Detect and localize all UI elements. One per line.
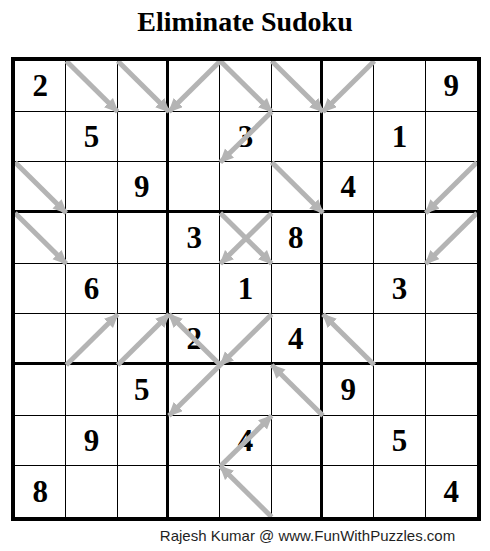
cell-r9c4[interactable] — [169, 466, 220, 517]
cell-r4c9[interactable] — [426, 213, 477, 264]
cell-r1c5[interactable] — [220, 61, 271, 112]
cell-r3c7[interactable]: 4 — [323, 162, 374, 213]
cell-r9c3[interactable] — [118, 466, 169, 517]
cell-r8c8[interactable]: 5 — [374, 416, 425, 467]
cell-r7c7[interactable]: 9 — [323, 365, 374, 416]
cell-r9c5[interactable] — [220, 466, 271, 517]
cell-r4c7[interactable] — [323, 213, 374, 264]
cell-r9c1[interactable]: 8 — [15, 466, 66, 517]
given-digit: 3 — [238, 121, 254, 152]
given-digit: 4 — [288, 323, 304, 354]
cell-r3c8[interactable] — [374, 162, 425, 213]
given-digit: 9 — [340, 374, 356, 405]
cell-r7c1[interactable] — [15, 365, 66, 416]
cell-r3c5[interactable] — [220, 162, 271, 213]
given-digit: 4 — [340, 171, 356, 202]
cell-r3c3[interactable]: 9 — [118, 162, 169, 213]
cell-r1c9[interactable]: 9 — [426, 61, 477, 112]
cell-r3c6[interactable] — [272, 162, 323, 213]
cell-r1c2[interactable] — [66, 61, 117, 112]
puzzle-title: Eliminate Sudoku — [0, 6, 490, 38]
cell-r9c7[interactable] — [323, 466, 374, 517]
given-digit: 9 — [84, 425, 100, 456]
cell-r5c8[interactable]: 3 — [374, 264, 425, 315]
cell-r8c3[interactable] — [118, 416, 169, 467]
cell-r6c3[interactable] — [118, 314, 169, 365]
cell-r2c6[interactable] — [272, 112, 323, 163]
cell-r8c1[interactable] — [15, 416, 66, 467]
cell-r8c9[interactable] — [426, 416, 477, 467]
given-digit: 8 — [288, 222, 304, 253]
cell-r6c9[interactable] — [426, 314, 477, 365]
cell-r8c7[interactable] — [323, 416, 374, 467]
cell-r5c5[interactable]: 1 — [220, 264, 271, 315]
cell-r9c6[interactable] — [272, 466, 323, 517]
cell-r8c6[interactable] — [272, 416, 323, 467]
cell-r1c7[interactable] — [323, 61, 374, 112]
given-digit: 2 — [32, 70, 48, 101]
given-digit: 4 — [444, 476, 460, 507]
cell-r4c6[interactable]: 8 — [272, 213, 323, 264]
cell-r6c7[interactable] — [323, 314, 374, 365]
cell-r9c9[interactable]: 4 — [426, 466, 477, 517]
given-digit: 5 — [392, 425, 408, 456]
cell-r4c5[interactable] — [220, 213, 271, 264]
cell-r5c7[interactable] — [323, 264, 374, 315]
given-digit: 6 — [84, 273, 100, 304]
cell-r5c2[interactable]: 6 — [66, 264, 117, 315]
cell-r7c9[interactable] — [426, 365, 477, 416]
cell-r6c4[interactable]: 2 — [169, 314, 220, 365]
given-digit: 5 — [134, 374, 150, 405]
cell-r7c5[interactable] — [220, 365, 271, 416]
cell-r3c9[interactable] — [426, 162, 477, 213]
cell-r2c7[interactable] — [323, 112, 374, 163]
given-digit: 9 — [134, 171, 150, 202]
cell-r6c8[interactable] — [374, 314, 425, 365]
cell-r1c1[interactable]: 2 — [15, 61, 66, 112]
given-digit: 5 — [84, 121, 100, 152]
given-digit: 1 — [238, 273, 254, 304]
cell-r6c2[interactable] — [66, 314, 117, 365]
cell-r7c6[interactable] — [272, 365, 323, 416]
cell-r2c8[interactable]: 1 — [374, 112, 425, 163]
cell-r1c4[interactable] — [169, 61, 220, 112]
cell-r4c1[interactable] — [15, 213, 66, 264]
given-digit: 8 — [32, 476, 48, 507]
cell-r3c4[interactable] — [169, 162, 220, 213]
cell-r8c5[interactable]: 4 — [220, 416, 271, 467]
cell-r9c2[interactable] — [66, 466, 117, 517]
credit-text: Rajesh Kumar @ www.FunWithPuzzles.com — [124, 527, 490, 544]
cell-r1c3[interactable] — [118, 61, 169, 112]
cell-r3c2[interactable] — [66, 162, 117, 213]
cell-r4c4[interactable]: 3 — [169, 213, 220, 264]
given-digit: 3 — [392, 273, 408, 304]
sudoku-board: 295319438613245994584 — [11, 57, 481, 521]
cell-r2c3[interactable] — [118, 112, 169, 163]
cell-r8c2[interactable]: 9 — [66, 416, 117, 467]
cell-r5c6[interactable] — [272, 264, 323, 315]
cell-r2c9[interactable] — [426, 112, 477, 163]
cell-r3c1[interactable] — [15, 162, 66, 213]
cell-r7c2[interactable] — [66, 365, 117, 416]
cell-r5c3[interactable] — [118, 264, 169, 315]
cell-r7c4[interactable] — [169, 365, 220, 416]
cell-r6c5[interactable] — [220, 314, 271, 365]
cell-r7c3[interactable]: 5 — [118, 365, 169, 416]
cell-r8c4[interactable] — [169, 416, 220, 467]
cell-r4c8[interactable] — [374, 213, 425, 264]
cell-r2c2[interactable]: 5 — [66, 112, 117, 163]
cell-r5c4[interactable] — [169, 264, 220, 315]
cell-r6c1[interactable] — [15, 314, 66, 365]
cell-r5c1[interactable] — [15, 264, 66, 315]
cell-r9c8[interactable] — [374, 466, 425, 517]
given-digit: 2 — [186, 323, 202, 354]
cell-r4c2[interactable] — [66, 213, 117, 264]
cell-r4c3[interactable] — [118, 213, 169, 264]
cell-r5c9[interactable] — [426, 264, 477, 315]
cell-r6c6[interactable]: 4 — [272, 314, 323, 365]
given-digit: 4 — [238, 425, 254, 456]
cell-r2c5[interactable]: 3 — [220, 112, 271, 163]
cell-r1c6[interactable] — [272, 61, 323, 112]
cell-r2c1[interactable] — [15, 112, 66, 163]
given-digit: 1 — [392, 121, 408, 152]
cell-r2c4[interactable] — [169, 112, 220, 163]
cell-r1c8[interactable] — [374, 61, 425, 112]
cell-r7c8[interactable] — [374, 365, 425, 416]
given-digit: 9 — [444, 70, 460, 101]
given-digit: 3 — [186, 222, 202, 253]
